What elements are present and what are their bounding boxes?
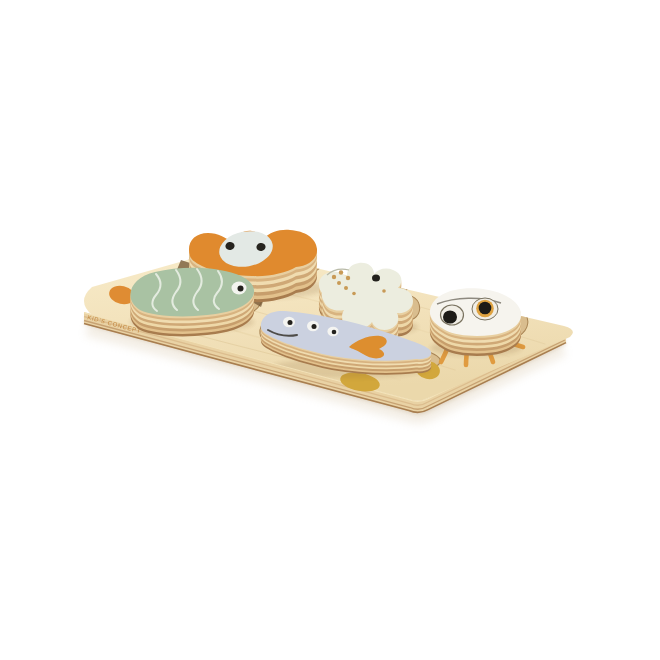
eye-pupil bbox=[332, 330, 337, 335]
eye bbox=[372, 275, 380, 282]
product-photo-canvas: KID'S CONCEPT bbox=[0, 0, 660, 660]
jellyfish-left-eye bbox=[441, 305, 464, 325]
eye-pupil bbox=[479, 302, 492, 315]
eye-pupil bbox=[288, 320, 293, 325]
jellyfish-right-eye bbox=[472, 298, 498, 320]
piece-jellyfish bbox=[430, 288, 521, 356]
eye-pupil bbox=[238, 286, 244, 292]
green-fish-eye bbox=[232, 282, 247, 295]
eye-pupil bbox=[312, 324, 317, 329]
puzzle-scene: KID'S CONCEPT bbox=[0, 0, 660, 660]
eye-pupil bbox=[443, 310, 457, 323]
piece-green-fish bbox=[130, 268, 254, 337]
